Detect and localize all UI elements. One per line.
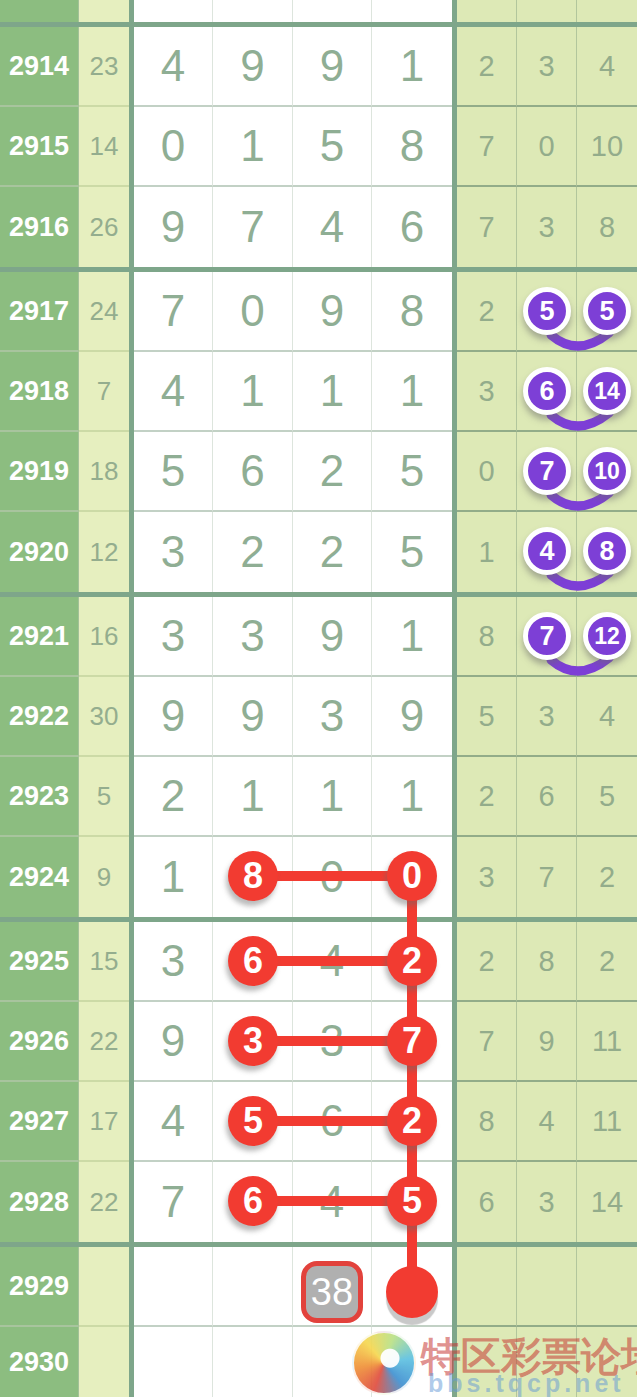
stat-cell: 15 [79, 922, 129, 1002]
extra-cell: 2 [457, 272, 517, 352]
digit-cell: 4 [293, 187, 372, 267]
extra-cell: 11 [577, 1002, 637, 1082]
stat-cell: 26 [79, 187, 129, 267]
digit-cell: 2 [372, 1082, 452, 1162]
stat-cell [79, 1327, 129, 1397]
extra-cell: 8 [517, 922, 577, 1002]
extra-cell: 2 [457, 27, 517, 107]
digit-cell: 1 [134, 837, 213, 917]
extra-cell: 7 [457, 107, 517, 187]
digit-cell: 6 [293, 1082, 372, 1162]
extra-cell: 8 [577, 512, 637, 592]
digit-cell: 2 [213, 512, 293, 592]
extra-cell: 2 [577, 837, 637, 917]
trend-row: 29151401587010 [0, 107, 637, 187]
trend-row: 2914234991234 [0, 27, 637, 107]
extra-cell: 6 [517, 757, 577, 837]
period-cell: 2930 [0, 1327, 79, 1397]
stat-cell: 14 [79, 107, 129, 187]
trend-row: 2916269746738 [0, 187, 637, 267]
digit-cell: 0 [134, 107, 213, 187]
digit-cell: 1 [293, 352, 372, 432]
digit-cell: 8 [372, 272, 452, 352]
digit-cell: 2 [134, 757, 213, 837]
digit-cell: 8 [372, 107, 452, 187]
stat-cell: 18 [79, 432, 129, 512]
digit-cell [293, 1327, 372, 1397]
digit-cell: 5 [372, 1162, 452, 1242]
extra-cell [517, 1327, 577, 1397]
extra-cell: 4 [577, 677, 637, 757]
extra-cell: 5 [517, 272, 577, 352]
stat-cell: 23 [79, 27, 129, 107]
digit-cell [372, 0, 452, 22]
trend-row: 2917247098255 [0, 272, 637, 352]
digit-cell: 9 [213, 27, 293, 107]
stat-cell: 24 [79, 272, 129, 352]
extra-cell: 3 [517, 27, 577, 107]
extra-cell: 5 [577, 757, 637, 837]
trend-row: 2930 [0, 1327, 637, 1397]
stat-cell: 16 [79, 597, 129, 677]
digit-cell: 5 [213, 1082, 293, 1162]
period-cell: 2925 [0, 922, 79, 1002]
extra-cell: 12 [577, 597, 637, 677]
extra-cell: 8 [577, 187, 637, 267]
digit-cell [213, 1327, 293, 1397]
trend-row: 292491800372 [0, 837, 637, 917]
digit-cell: 1 [213, 107, 293, 187]
trend-grid: 2914234991234291514015870102916269746738… [0, 0, 637, 1397]
digit-cell: 5 [372, 512, 452, 592]
digit-cell: 2 [293, 432, 372, 512]
period-cell: 2921 [0, 597, 79, 677]
extra-cell: 8 [457, 597, 517, 677]
extra-cell: 0 [517, 107, 577, 187]
digit-cell: 6 [213, 1162, 293, 1242]
digit-cell: 3 [293, 677, 372, 757]
extra-cell: 0 [457, 432, 517, 512]
digit-cell: 0 [213, 272, 293, 352]
extra-cell: 3 [517, 187, 577, 267]
digit-cell: 3 [134, 512, 213, 592]
digit-cell: 9 [293, 272, 372, 352]
extra-cell: 3 [457, 837, 517, 917]
trend-row: 2929 [0, 1247, 637, 1327]
extra-cell: 10 [577, 107, 637, 187]
digit-cell: 6 [213, 922, 293, 1002]
extra-cell [517, 0, 577, 22]
extra-cell: 14 [577, 352, 637, 432]
stat-cell: 30 [79, 677, 129, 757]
period-cell: 2923 [0, 757, 79, 837]
extra-cell: 1 [457, 512, 517, 592]
digit-cell: 3 [293, 1002, 372, 1082]
extra-cell: 11 [577, 1082, 637, 1162]
digit-cell: 4 [293, 1162, 372, 1242]
period-cell: 2922 [0, 677, 79, 757]
trend-row: 2925153642282 [0, 922, 637, 1002]
period-cell [0, 0, 79, 22]
extra-cell: 2 [457, 922, 517, 1002]
period-cell: 2926 [0, 1002, 79, 1082]
stat-cell: 12 [79, 512, 129, 592]
stat-cell [79, 0, 129, 22]
digit-cell [134, 0, 213, 22]
digit-cell: 9 [134, 187, 213, 267]
period-cell: 2928 [0, 1162, 79, 1242]
extra-cell: 10 [577, 432, 637, 512]
extra-cell: 4 [577, 27, 637, 107]
stat-cell [79, 1247, 129, 1327]
extra-cell [517, 1247, 577, 1327]
digit-cell [134, 1327, 213, 1397]
extra-cell: 3 [517, 677, 577, 757]
digit-cell: 7 [134, 272, 213, 352]
digit-cell: 1 [213, 757, 293, 837]
extra-cell: 3 [517, 1162, 577, 1242]
stat-cell: 9 [79, 837, 129, 917]
digit-cell: 9 [372, 677, 452, 757]
extra-cell: 7 [457, 187, 517, 267]
digit-cell: 0 [372, 837, 452, 917]
digit-cell: 6 [213, 432, 293, 512]
stat-cell: 17 [79, 1082, 129, 1162]
digit-cell [372, 1327, 452, 1397]
digit-cell: 5 [293, 107, 372, 187]
digit-cell: 2 [293, 512, 372, 592]
digit-cell: 1 [372, 597, 452, 677]
extra-cell [457, 1327, 517, 1397]
extra-cell: 7 [517, 432, 577, 512]
digit-cell: 0 [293, 837, 372, 917]
extra-cell: 4 [517, 512, 577, 592]
digit-cell: 1 [372, 757, 452, 837]
period-cell: 2929 [0, 1247, 79, 1327]
digit-cell [213, 0, 293, 22]
digit-cell: 7 [372, 1002, 452, 1082]
digit-cell: 2 [372, 922, 452, 1002]
extra-cell: 7 [517, 597, 577, 677]
trend-row [0, 0, 637, 22]
trend-row: 29262293377911 [0, 1002, 637, 1082]
digit-cell [293, 1247, 372, 1327]
trend-row: 29282276456314 [0, 1162, 637, 1242]
stat-cell: 22 [79, 1162, 129, 1242]
period-cell: 2920 [0, 512, 79, 592]
digit-cell: 9 [293, 597, 372, 677]
extra-cell [457, 0, 517, 22]
digit-cell: 8 [213, 837, 293, 917]
stat-cell: 7 [79, 352, 129, 432]
extra-cell: 7 [457, 1002, 517, 1082]
period-cell: 2927 [0, 1082, 79, 1162]
digit-cell: 7 [134, 1162, 213, 1242]
stat-cell: 5 [79, 757, 129, 837]
digit-cell: 3 [213, 597, 293, 677]
digit-cell: 3 [134, 922, 213, 1002]
digit-cell: 3 [213, 1002, 293, 1082]
trend-row: 2922309939534 [0, 677, 637, 757]
digit-cell: 1 [372, 27, 452, 107]
digit-cell: 9 [134, 677, 213, 757]
extra-cell: 8 [457, 1082, 517, 1162]
digit-cell: 4 [134, 1082, 213, 1162]
digit-cell: 6 [372, 187, 452, 267]
extra-cell [457, 1247, 517, 1327]
period-cell: 2918 [0, 352, 79, 432]
extra-cell: 2 [577, 922, 637, 1002]
digit-cell: 3 [134, 597, 213, 677]
extra-cell: 9 [517, 1002, 577, 1082]
period-cell: 2916 [0, 187, 79, 267]
period-cell: 2919 [0, 432, 79, 512]
trend-row: 2920123225148 [0, 512, 637, 592]
extra-cell [577, 1327, 637, 1397]
extra-cell: 2 [457, 757, 517, 837]
trend-row: 29191856250710 [0, 432, 637, 512]
digit-cell: 4 [134, 27, 213, 107]
extra-cell: 6 [517, 352, 577, 432]
stat-cell: 22 [79, 1002, 129, 1082]
extra-cell: 4 [517, 1082, 577, 1162]
digit-cell: 5 [134, 432, 213, 512]
extra-cell: 6 [457, 1162, 517, 1242]
extra-cell: 14 [577, 1162, 637, 1242]
extra-cell: 3 [457, 352, 517, 432]
digit-cell: 7 [213, 187, 293, 267]
digit-cell: 1 [213, 352, 293, 432]
trend-row: 29271745628411 [0, 1082, 637, 1162]
digit-cell: 9 [293, 27, 372, 107]
period-cell: 2917 [0, 272, 79, 352]
trend-row: 2918741113614 [0, 352, 637, 432]
extra-cell: 7 [517, 837, 577, 917]
digit-cell [372, 1247, 452, 1327]
extra-cell: 5 [577, 272, 637, 352]
extra-cell [577, 1247, 637, 1327]
trend-row: 29211633918712 [0, 597, 637, 677]
digit-cell [293, 0, 372, 22]
digit-cell: 9 [213, 677, 293, 757]
period-cell: 2914 [0, 27, 79, 107]
extra-cell [577, 0, 637, 22]
digit-cell: 4 [134, 352, 213, 432]
digit-cell [134, 1247, 213, 1327]
period-cell: 2924 [0, 837, 79, 917]
period-cell: 2915 [0, 107, 79, 187]
extra-cell: 5 [457, 677, 517, 757]
digit-cell: 1 [372, 352, 452, 432]
digit-cell: 4 [293, 922, 372, 1002]
digit-cell [213, 1247, 293, 1327]
digit-cell: 9 [134, 1002, 213, 1082]
digit-cell: 1 [293, 757, 372, 837]
trend-row: 292352111265 [0, 757, 637, 837]
digit-cell: 5 [372, 432, 452, 512]
